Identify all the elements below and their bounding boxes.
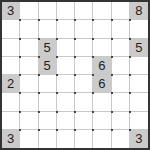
- cell-r1c8: 8: [130, 2, 148, 20]
- cell-r5c3[interactable]: [39, 75, 57, 93]
- cell-r4c4[interactable]: [57, 57, 75, 75]
- cell-r6c3[interactable]: [39, 93, 57, 111]
- cell-r2c1[interactable]: [2, 20, 20, 38]
- cell-r1c6[interactable]: [93, 2, 111, 20]
- cell-r7c2[interactable]: [20, 112, 38, 130]
- cell-r4c7[interactable]: [112, 57, 130, 75]
- cell-r8c1: 3: [2, 130, 20, 148]
- cell-r1c2[interactable]: [20, 2, 38, 20]
- cell-r4c2[interactable]: [20, 57, 38, 75]
- cell-r5c4[interactable]: [57, 75, 75, 93]
- cell-r3c8: 5: [130, 39, 148, 57]
- cell-r8c3[interactable]: [39, 130, 57, 148]
- puzzle-board: 3855562633: [0, 0, 150, 150]
- cell-r4c5[interactable]: [75, 57, 93, 75]
- cell-r3c1[interactable]: [2, 39, 20, 57]
- cell-r2c5[interactable]: [75, 20, 93, 38]
- cell-r3c7[interactable]: [112, 39, 130, 57]
- cell-r6c2[interactable]: [20, 93, 38, 111]
- cell-r8c4[interactable]: [57, 130, 75, 148]
- cell-r6c1[interactable]: [2, 93, 20, 111]
- cell-r5c2[interactable]: [20, 75, 38, 93]
- cell-r6c5[interactable]: [75, 93, 93, 111]
- cell-r1c1: 3: [2, 2, 20, 20]
- cell-r6c7[interactable]: [112, 93, 130, 111]
- cell-r1c5[interactable]: [75, 2, 93, 20]
- cell-r8c7[interactable]: [112, 130, 130, 148]
- cell-r7c8[interactable]: [130, 112, 148, 130]
- cell-r6c6[interactable]: [93, 93, 111, 111]
- cell-r5c1: 2: [2, 75, 20, 93]
- cell-r2c2[interactable]: [20, 20, 38, 38]
- cell-r7c1[interactable]: [2, 112, 20, 130]
- cell-r1c4[interactable]: [57, 2, 75, 20]
- cell-r7c7[interactable]: [112, 112, 130, 130]
- cell-r5c6: 6: [93, 75, 111, 93]
- cell-r8c8: 3: [130, 130, 148, 148]
- cell-r6c8[interactable]: [130, 93, 148, 111]
- cell-r8c6[interactable]: [93, 130, 111, 148]
- cell-r4c3: 5: [39, 57, 57, 75]
- cell-r4c6: 6: [93, 57, 111, 75]
- cell-r5c8[interactable]: [130, 75, 148, 93]
- cell-r2c3[interactable]: [39, 20, 57, 38]
- cell-r5c5[interactable]: [75, 75, 93, 93]
- cell-r2c6[interactable]: [93, 20, 111, 38]
- cell-r7c4[interactable]: [57, 112, 75, 130]
- cell-r7c3[interactable]: [39, 112, 57, 130]
- cell-r3c4[interactable]: [57, 39, 75, 57]
- cell-r3c3: 5: [39, 39, 57, 57]
- cell-r8c5[interactable]: [75, 130, 93, 148]
- cell-r3c2[interactable]: [20, 39, 38, 57]
- cell-r2c4[interactable]: [57, 20, 75, 38]
- cell-r4c8[interactable]: [130, 57, 148, 75]
- cell-r7c5[interactable]: [75, 112, 93, 130]
- cell-r1c3[interactable]: [39, 2, 57, 20]
- cell-r2c7[interactable]: [112, 20, 130, 38]
- cell-r6c4[interactable]: [57, 93, 75, 111]
- cell-r7c6[interactable]: [93, 112, 111, 130]
- cell-r1c7[interactable]: [112, 2, 130, 20]
- cell-r3c6[interactable]: [93, 39, 111, 57]
- cell-r4c1[interactable]: [2, 57, 20, 75]
- cell-r3c5[interactable]: [75, 39, 93, 57]
- cell-r5c7[interactable]: [112, 75, 130, 93]
- cell-r8c2[interactable]: [20, 130, 38, 148]
- cell-r2c8[interactable]: [130, 20, 148, 38]
